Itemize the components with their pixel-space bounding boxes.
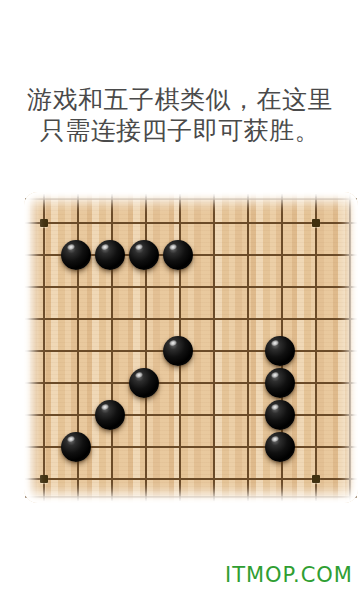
black-stone [265, 336, 295, 366]
grid-line-horizontal-partial [25, 198, 357, 200]
grid-line-vertical [247, 194, 249, 501]
black-stone [61, 240, 91, 270]
star-point [312, 219, 320, 227]
grid-line-horizontal-partial [25, 496, 357, 498]
black-stone [265, 368, 295, 398]
black-stone [95, 240, 125, 270]
black-stone [129, 368, 159, 398]
game-board[interactable] [24, 192, 358, 503]
black-stone [163, 336, 193, 366]
grid-line-horizontal [25, 414, 357, 416]
grid-line-vertical [349, 194, 351, 501]
black-stone [163, 240, 193, 270]
instruction-line-2: 只需连接四子即可获胜。 [0, 115, 360, 146]
watermark-text: ITMOP.COM [225, 563, 353, 587]
grid-line-horizontal [25, 382, 357, 384]
black-stone [129, 240, 159, 270]
instruction-text: 游戏和五子棋类似，在这里 只需连接四子即可获胜。 [0, 84, 360, 146]
grid-line-vertical [315, 194, 317, 501]
black-stone [265, 400, 295, 430]
grid-line-horizontal [25, 478, 357, 480]
star-point [40, 475, 48, 483]
app-screen: { "game": "connect-four variant (四子棋) pl… [0, 0, 360, 600]
grid-line-horizontal [25, 318, 357, 320]
grid-line-vertical [43, 194, 45, 501]
black-stone [61, 432, 91, 462]
black-stone [265, 432, 295, 462]
star-point [40, 219, 48, 227]
black-stone [95, 400, 125, 430]
grid-line-horizontal [25, 286, 357, 288]
instruction-line-1: 游戏和五子棋类似，在这里 [0, 84, 360, 115]
grid-line-vertical [213, 194, 215, 501]
grid-line-horizontal [25, 222, 357, 224]
star-point [312, 475, 320, 483]
